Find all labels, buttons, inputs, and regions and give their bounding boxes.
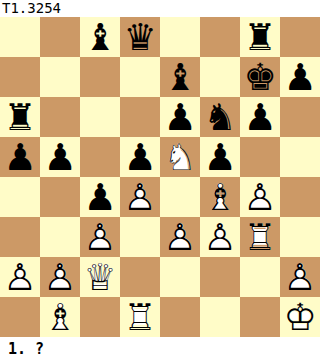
square-b6[interactable] bbox=[40, 97, 80, 137]
white-pawn-piece: ♟♙ bbox=[280, 257, 320, 297]
square-f5[interactable]: ♟ bbox=[200, 137, 240, 177]
square-h6[interactable] bbox=[280, 97, 320, 137]
square-g2[interactable] bbox=[240, 257, 280, 297]
square-e4[interactable] bbox=[160, 177, 200, 217]
black-knight-piece: ♞ bbox=[200, 97, 240, 137]
square-b8[interactable] bbox=[40, 17, 80, 57]
square-b3[interactable] bbox=[40, 217, 80, 257]
black-pawn-piece: ♟ bbox=[0, 137, 40, 177]
black-pawn-piece: ♟ bbox=[280, 57, 320, 97]
square-e1[interactable] bbox=[160, 297, 200, 337]
square-d8[interactable]: ♛ bbox=[120, 17, 160, 57]
square-d4[interactable]: ♟♙ bbox=[120, 177, 160, 217]
black-pawn-piece: ♟ bbox=[160, 97, 200, 137]
square-f7[interactable] bbox=[200, 57, 240, 97]
black-pawn-piece: ♟ bbox=[120, 137, 160, 177]
square-h7[interactable]: ♟ bbox=[280, 57, 320, 97]
black-rook-piece: ♜ bbox=[0, 97, 40, 137]
white-knight-piece: ♞♘ bbox=[160, 137, 200, 177]
black-pawn-piece: ♟ bbox=[240, 97, 280, 137]
square-c1[interactable] bbox=[80, 297, 120, 337]
white-rook-piece: ♜♖ bbox=[120, 297, 160, 337]
square-f2[interactable] bbox=[200, 257, 240, 297]
page-title: T1.3254 bbox=[0, 0, 320, 17]
white-bishop-piece: ♝♗ bbox=[200, 177, 240, 217]
square-c5[interactable] bbox=[80, 137, 120, 177]
square-f6[interactable]: ♞ bbox=[200, 97, 240, 137]
square-b5[interactable]: ♟ bbox=[40, 137, 80, 177]
square-a3[interactable] bbox=[0, 217, 40, 257]
square-g1[interactable] bbox=[240, 297, 280, 337]
black-king-piece: ♚ bbox=[240, 57, 280, 97]
square-g8[interactable]: ♜ bbox=[240, 17, 280, 57]
white-pawn-piece: ♟♙ bbox=[40, 257, 80, 297]
chess-board: ♝♛♜♝♚♟♜♟♞♟♟♟♟♞♘♟♟♟♙♝♗♟♙♟♙♟♙♟♙♜♖♟♙♟♙♛♕♟♙♝… bbox=[0, 17, 320, 337]
square-g4[interactable]: ♟♙ bbox=[240, 177, 280, 217]
square-g7[interactable]: ♚ bbox=[240, 57, 280, 97]
square-b4[interactable] bbox=[40, 177, 80, 217]
white-pawn-piece: ♟♙ bbox=[160, 217, 200, 257]
square-b7[interactable] bbox=[40, 57, 80, 97]
square-d5[interactable]: ♟ bbox=[120, 137, 160, 177]
square-h5[interactable] bbox=[280, 137, 320, 177]
square-c6[interactable] bbox=[80, 97, 120, 137]
white-rook-piece: ♜♖ bbox=[240, 217, 280, 257]
black-bishop-piece: ♝ bbox=[80, 17, 120, 57]
square-e2[interactable] bbox=[160, 257, 200, 297]
square-e7[interactable]: ♝ bbox=[160, 57, 200, 97]
square-a5[interactable]: ♟ bbox=[0, 137, 40, 177]
square-c2[interactable]: ♛♕ bbox=[80, 257, 120, 297]
white-pawn-piece: ♟♙ bbox=[240, 177, 280, 217]
square-a6[interactable]: ♜ bbox=[0, 97, 40, 137]
square-c7[interactable] bbox=[80, 57, 120, 97]
white-pawn-piece: ♟♙ bbox=[120, 177, 160, 217]
black-pawn-piece: ♟ bbox=[200, 137, 240, 177]
square-a1[interactable] bbox=[0, 297, 40, 337]
square-a4[interactable] bbox=[0, 177, 40, 217]
chess-app: T1.3254 ♝♛♜♝♚♟♜♟♞♟♟♟♟♞♘♟♟♟♙♝♗♟♙♟♙♟♙♟♙♜♖♟… bbox=[0, 0, 320, 360]
square-a7[interactable] bbox=[0, 57, 40, 97]
black-pawn-piece: ♟ bbox=[80, 177, 120, 217]
square-e6[interactable]: ♟ bbox=[160, 97, 200, 137]
black-rook-piece: ♜ bbox=[240, 17, 280, 57]
white-pawn-piece: ♟♙ bbox=[200, 217, 240, 257]
square-c8[interactable]: ♝ bbox=[80, 17, 120, 57]
square-c4[interactable]: ♟ bbox=[80, 177, 120, 217]
move-prompt: 1. ? bbox=[0, 337, 320, 360]
square-h8[interactable] bbox=[280, 17, 320, 57]
white-king-piece: ♚♔ bbox=[280, 297, 320, 337]
square-f3[interactable]: ♟♙ bbox=[200, 217, 240, 257]
square-d7[interactable] bbox=[120, 57, 160, 97]
square-d1[interactable]: ♜♖ bbox=[120, 297, 160, 337]
square-h4[interactable] bbox=[280, 177, 320, 217]
square-g5[interactable] bbox=[240, 137, 280, 177]
square-e8[interactable] bbox=[160, 17, 200, 57]
square-g6[interactable]: ♟ bbox=[240, 97, 280, 137]
black-queen-piece: ♛ bbox=[120, 17, 160, 57]
square-f8[interactable] bbox=[200, 17, 240, 57]
white-bishop-piece: ♝♗ bbox=[40, 297, 80, 337]
square-a8[interactable] bbox=[0, 17, 40, 57]
black-bishop-piece: ♝ bbox=[160, 57, 200, 97]
square-d6[interactable] bbox=[120, 97, 160, 137]
square-d3[interactable] bbox=[120, 217, 160, 257]
white-queen-piece: ♛♕ bbox=[80, 257, 120, 297]
white-pawn-piece: ♟♙ bbox=[80, 217, 120, 257]
square-h2[interactable]: ♟♙ bbox=[280, 257, 320, 297]
black-pawn-piece: ♟ bbox=[40, 137, 80, 177]
square-g3[interactable]: ♜♖ bbox=[240, 217, 280, 257]
square-f1[interactable] bbox=[200, 297, 240, 337]
square-d2[interactable] bbox=[120, 257, 160, 297]
square-b2[interactable]: ♟♙ bbox=[40, 257, 80, 297]
white-pawn-piece: ♟♙ bbox=[0, 257, 40, 297]
square-c3[interactable]: ♟♙ bbox=[80, 217, 120, 257]
square-e3[interactable]: ♟♙ bbox=[160, 217, 200, 257]
square-b1[interactable]: ♝♗ bbox=[40, 297, 80, 337]
square-h3[interactable] bbox=[280, 217, 320, 257]
square-a2[interactable]: ♟♙ bbox=[0, 257, 40, 297]
square-h1[interactable]: ♚♔ bbox=[280, 297, 320, 337]
square-e5[interactable]: ♞♘ bbox=[160, 137, 200, 177]
square-f4[interactable]: ♝♗ bbox=[200, 177, 240, 217]
